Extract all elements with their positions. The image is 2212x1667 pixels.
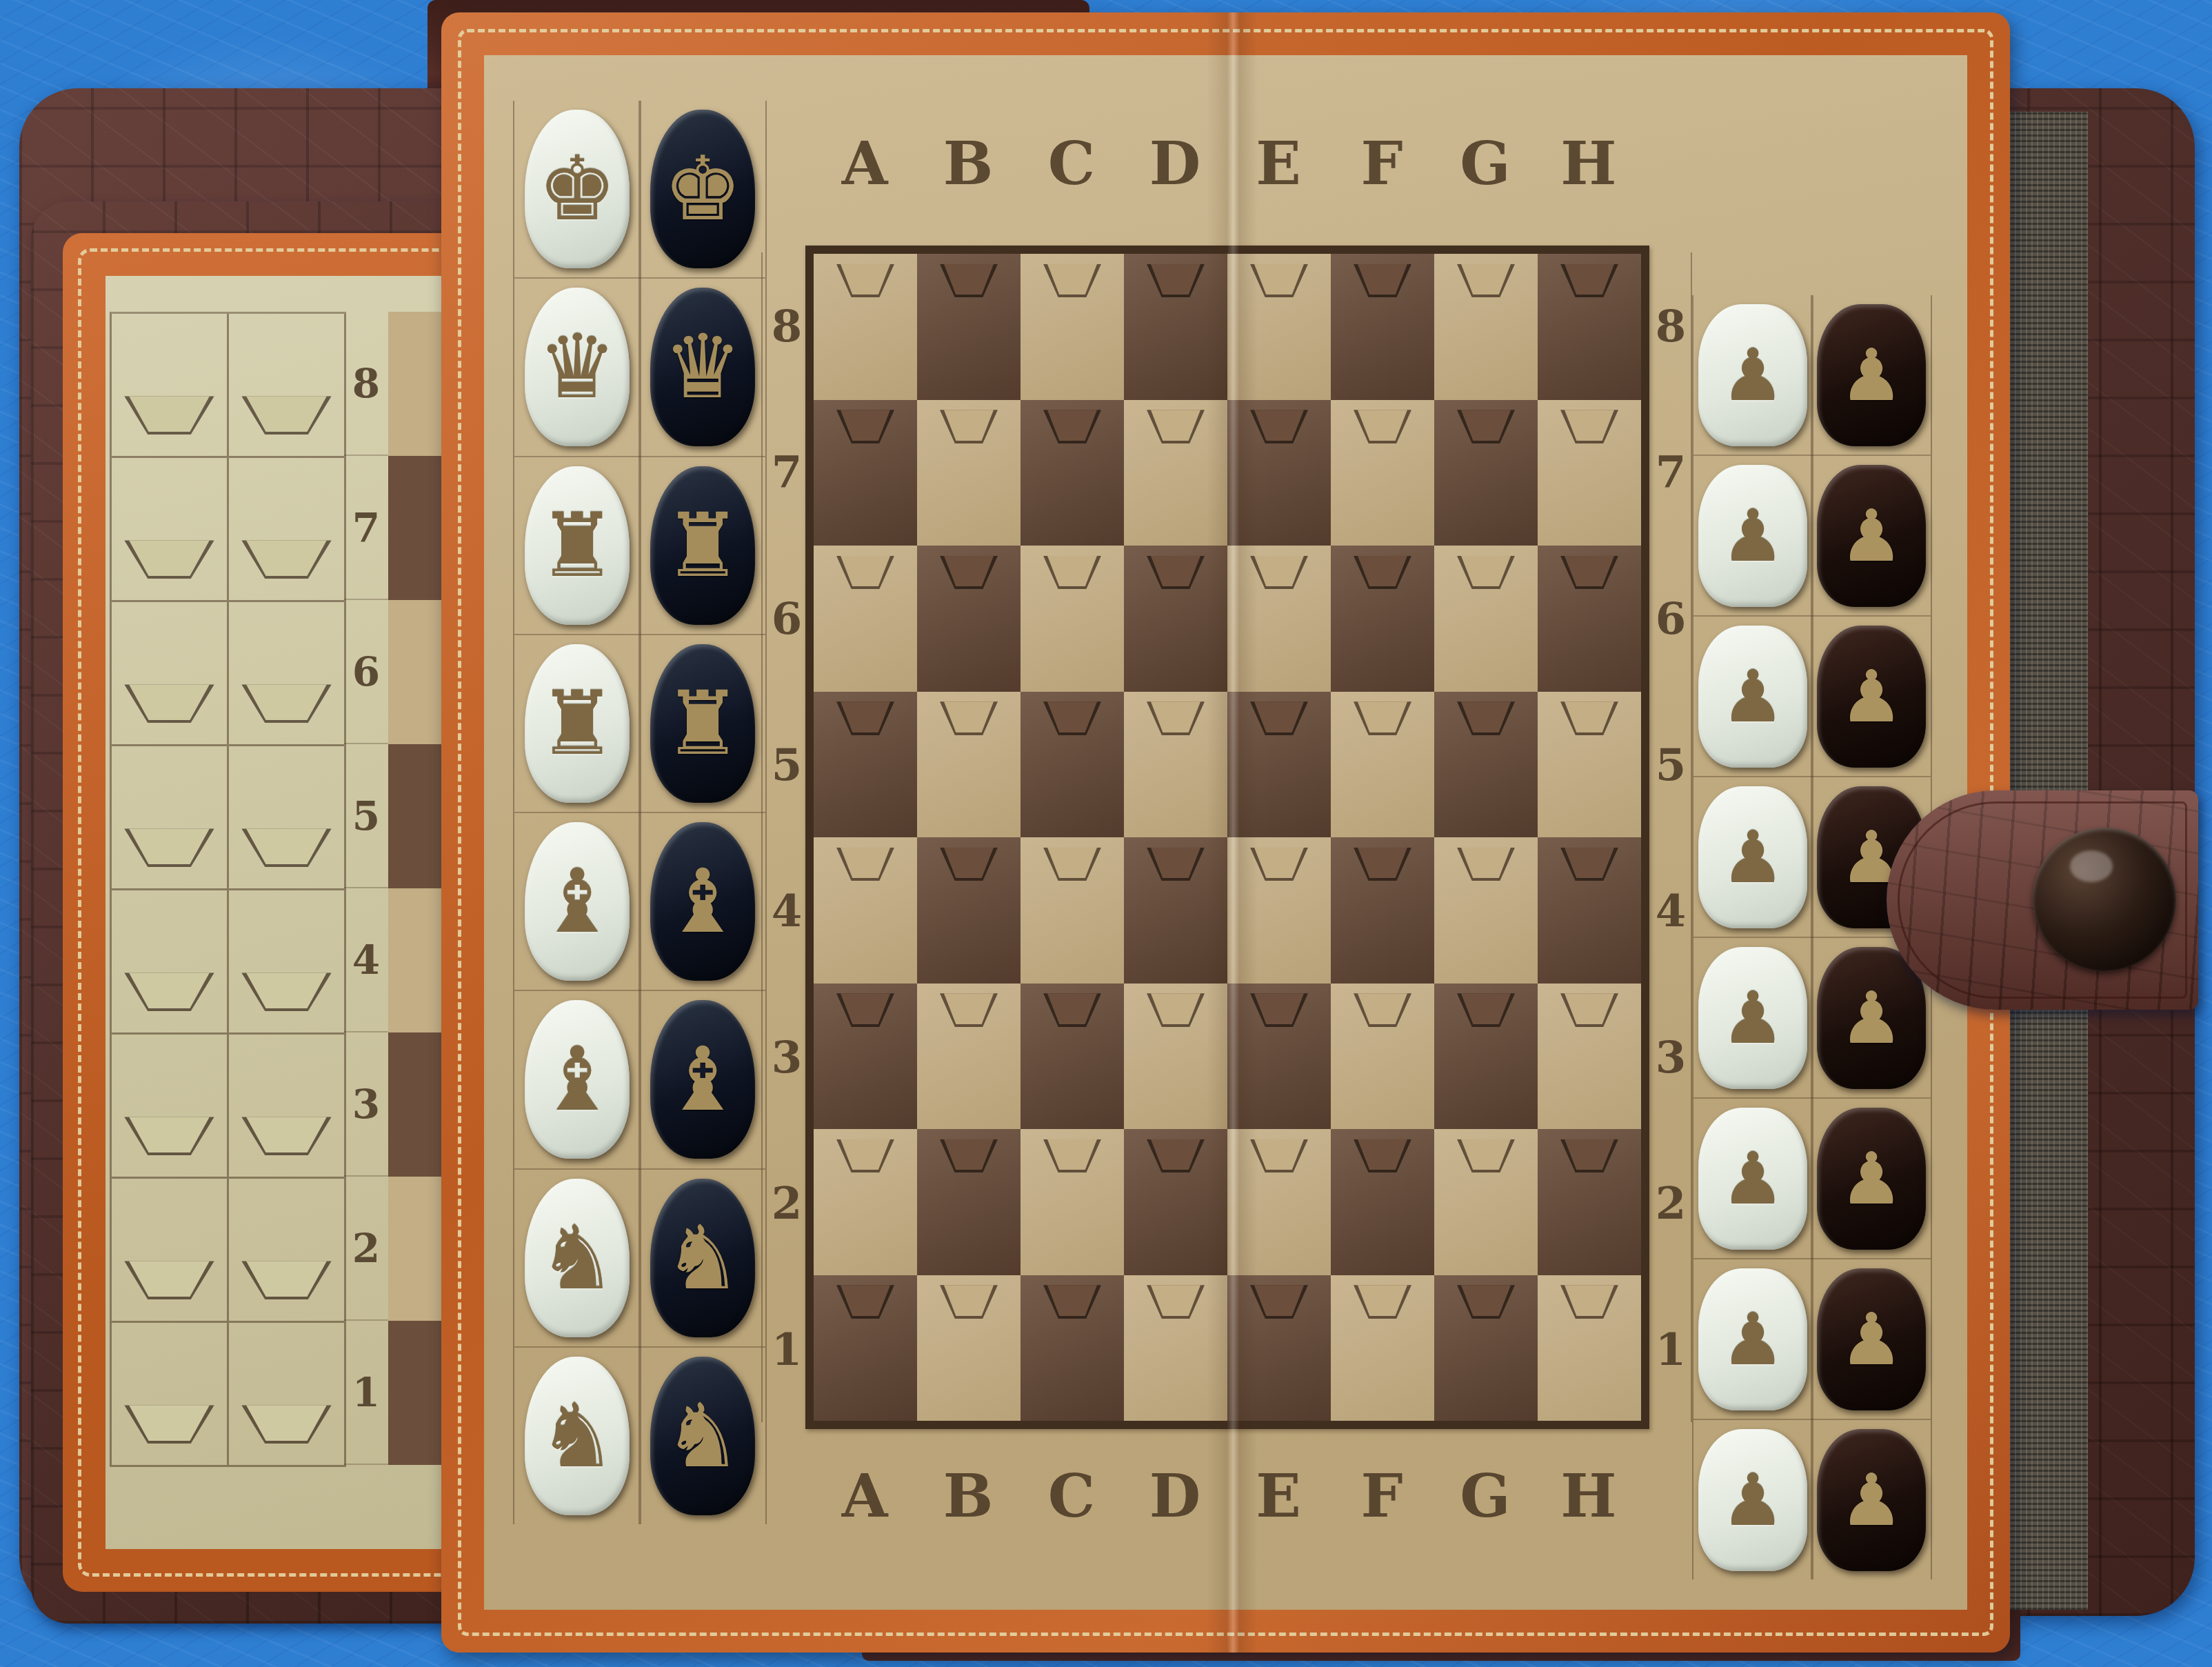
pocket-slit <box>940 264 998 298</box>
snap-button[interactable] <box>2033 828 2176 971</box>
pocket-slit <box>1560 848 1618 881</box>
pocket-slit <box>940 1139 998 1173</box>
square-h4[interactable] <box>1538 837 1641 984</box>
storage-cell: ♞ <box>514 1170 640 1348</box>
pocket-slit <box>124 684 214 723</box>
storage-cell: ♟ <box>1693 617 1812 777</box>
square-a2[interactable] <box>814 1129 917 1275</box>
white-knight-tab[interactable]: ♞ <box>525 1357 630 1515</box>
square-b7[interactable] <box>917 400 1020 546</box>
piece-glyph: ♞ <box>538 1214 617 1302</box>
storage-cell: ♝ <box>514 991 640 1169</box>
pocket-slit <box>836 410 894 443</box>
pocket-slit <box>836 264 894 298</box>
pocket-slit <box>1043 701 1101 735</box>
white-pawn-tab[interactable]: ♟ <box>1698 1108 1807 1250</box>
flap-storage-slot[interactable] <box>229 1323 346 1467</box>
square-h7[interactable] <box>1538 400 1641 546</box>
piece-glyph: ♝ <box>663 1035 743 1124</box>
rank-label: 4 <box>763 837 811 984</box>
pocket-slit <box>1147 556 1205 590</box>
square-e2[interactable] <box>1227 1129 1331 1275</box>
pocket-slit <box>1043 1285 1101 1319</box>
file-labels-bottom: ABCDEFGH <box>814 1454 1641 1537</box>
pocket-slit <box>1147 848 1205 881</box>
pocket-slit <box>940 410 998 443</box>
pocket-slit <box>940 556 998 590</box>
pocket-slit <box>1250 410 1308 443</box>
pocket-slit <box>1147 264 1205 298</box>
square-e3[interactable] <box>1227 984 1331 1130</box>
storage-cell: ♜ <box>640 457 765 635</box>
pocket-slit <box>124 828 214 867</box>
rank-label: 6 <box>344 600 388 744</box>
pocket-slit <box>241 1261 331 1299</box>
black-king-tab[interactable]: ♚ <box>650 110 755 268</box>
piece-glyph: ♜ <box>663 501 743 590</box>
black-pawn-tab[interactable]: ♟ <box>1817 465 1926 607</box>
square-f4[interactable] <box>1331 837 1434 984</box>
piece-glyph: ♟ <box>1720 661 1784 732</box>
storage-cell: ♝ <box>514 813 640 991</box>
square-h5[interactable] <box>1538 692 1641 838</box>
pocket-slit <box>124 1405 214 1444</box>
storage-cell: ♞ <box>640 1348 765 1524</box>
pocket-slit <box>241 1117 331 1155</box>
square-c7[interactable] <box>1020 400 1124 546</box>
square-h1[interactable] <box>1538 1275 1641 1421</box>
black-pawn-tab[interactable]: ♟ <box>1817 304 1926 446</box>
storage-cell: ♛ <box>514 279 640 457</box>
pocket-slit <box>1560 556 1618 590</box>
pocket-slit <box>1354 264 1411 298</box>
file-label: B <box>917 1454 1020 1537</box>
flap-storage-grid <box>110 312 346 1467</box>
piece-glyph: ♟ <box>1720 500 1784 572</box>
pocket-slit <box>1250 1285 1308 1319</box>
black-bishop-tab[interactable]: ♝ <box>650 822 755 981</box>
square-c5[interactable] <box>1020 692 1124 838</box>
storage-cell: ♟ <box>1812 295 1931 456</box>
piece-glyph: ♜ <box>538 501 617 590</box>
flap-storage-slot[interactable] <box>112 746 229 890</box>
pocket-slit <box>1354 993 1411 1027</box>
square-d7[interactable] <box>1124 400 1227 546</box>
square-e1[interactable] <box>1227 1275 1331 1421</box>
pocket-slit <box>1354 410 1411 443</box>
rank-label: 1 <box>763 1276 811 1422</box>
storage-cell: ♟ <box>1693 1099 1812 1259</box>
pocket-slit <box>940 993 998 1027</box>
rank-label: 5 <box>344 744 388 888</box>
square-b3[interactable] <box>917 984 1020 1130</box>
square-b2[interactable] <box>917 1129 1020 1275</box>
pocket-slit <box>1043 410 1101 443</box>
flap-storage-slot[interactable] <box>229 458 346 602</box>
file-label: F <box>1331 121 1434 204</box>
white-pawn-tab[interactable]: ♟ <box>1698 626 1807 768</box>
pocket-slit <box>124 540 214 579</box>
square-d4[interactable] <box>1124 837 1227 984</box>
rank-label: 6 <box>763 545 811 691</box>
square-h2[interactable] <box>1538 1129 1641 1275</box>
pocket-slit <box>940 701 998 735</box>
square-f7[interactable] <box>1331 400 1434 546</box>
pocket-slit <box>1250 993 1308 1027</box>
pocket-slit <box>1560 1285 1618 1319</box>
rank-label: 4 <box>344 888 388 1032</box>
page-leather: ♚ ♛ ♜ ♜ ♝ ♝ ♞ ♞ ♚ ♛ <box>484 55 1967 1610</box>
square-a3[interactable] <box>814 984 917 1130</box>
pocket-slit <box>1457 701 1515 735</box>
square-d3[interactable] <box>1124 984 1227 1130</box>
file-label: C <box>1020 1454 1124 1537</box>
file-label: E <box>1227 121 1331 204</box>
pocket-slit <box>241 540 331 579</box>
square-f5[interactable] <box>1331 692 1434 838</box>
square-c3[interactable] <box>1020 984 1124 1130</box>
square-a5[interactable] <box>814 692 917 838</box>
storage-cell: ♜ <box>640 635 765 813</box>
travel-chess-wallet-photo: 87654321 ♚ ♛ ♜ ♜ ♝ ♝ ♞ <box>0 0 2212 1667</box>
board-page: ♚ ♛ ♜ ♜ ♝ ♝ ♞ ♞ ♚ ♛ <box>441 12 2010 1653</box>
square-e7[interactable] <box>1227 400 1331 546</box>
rank-label: 5 <box>763 691 811 837</box>
pocket-slit <box>124 1117 214 1155</box>
flap-storage-slot[interactable] <box>112 1179 229 1323</box>
pocket-slit <box>124 1261 214 1299</box>
file-label: A <box>814 1454 917 1537</box>
flap-storage-slot[interactable] <box>229 890 346 1035</box>
piece-glyph: ♟ <box>1839 500 1903 572</box>
black-pawn-tab[interactable]: ♟ <box>1817 1108 1926 1250</box>
square-g2[interactable] <box>1434 1129 1538 1275</box>
storage-cell: ♟ <box>1693 938 1812 1099</box>
rank-label: 3 <box>1651 984 1691 1130</box>
pocket-slit <box>1560 264 1618 298</box>
storage-cell: ♟ <box>1693 295 1812 456</box>
file-label: A <box>814 121 917 204</box>
file-label: D <box>1124 121 1227 204</box>
black-rook-tab[interactable]: ♜ <box>650 466 755 625</box>
pocket-slit <box>241 828 331 867</box>
pocket-slit <box>241 972 331 1011</box>
piece-glyph: ♟ <box>1839 1464 1903 1536</box>
storage-cell: ♜ <box>514 635 640 813</box>
square-d8[interactable] <box>1124 254 1227 400</box>
square-f2[interactable] <box>1331 1129 1434 1275</box>
rank-label: 1 <box>344 1321 388 1465</box>
square-a1[interactable] <box>814 1275 917 1421</box>
pocket-slit <box>1457 410 1515 443</box>
piece-glyph: ♞ <box>663 1214 743 1302</box>
black-queen-tab[interactable]: ♛ <box>650 288 755 446</box>
rank-label: 7 <box>344 456 388 600</box>
board-frame <box>805 246 1649 1429</box>
piece-glyph: ♞ <box>538 1392 617 1480</box>
pocket-slit <box>836 701 894 735</box>
black-bishop-tab[interactable]: ♝ <box>650 1000 755 1159</box>
square-f3[interactable] <box>1331 984 1434 1130</box>
piece-glyph: ♜ <box>538 679 617 768</box>
rank-labels-left: 87654321 <box>761 252 811 1422</box>
pocket-slit <box>1354 556 1411 590</box>
square-d6[interactable] <box>1124 546 1227 692</box>
storage-cell: ♜ <box>514 457 640 635</box>
piece-glyph: ♟ <box>1839 661 1903 732</box>
flap-storage-slot[interactable] <box>229 602 346 746</box>
square-g4[interactable] <box>1434 837 1538 984</box>
file-label: C <box>1020 121 1124 204</box>
rank-label: 1 <box>1651 1276 1691 1422</box>
rank-label: 3 <box>763 984 811 1130</box>
piece-glyph: ♟ <box>1839 1143 1903 1215</box>
flap-storage-slot[interactable] <box>112 458 229 602</box>
storage-cell: ♟ <box>1693 1259 1812 1420</box>
square-b5[interactable] <box>917 692 1020 838</box>
pocket-slit <box>1354 701 1411 735</box>
pocket-slit <box>241 684 331 723</box>
black-rook-tab[interactable]: ♜ <box>650 644 755 803</box>
piece-glyph: ♝ <box>663 857 743 946</box>
square-g5[interactable] <box>1434 692 1538 838</box>
pocket-slit <box>836 556 894 590</box>
flap-storage-slot[interactable] <box>112 1035 229 1179</box>
file-label: B <box>917 121 1020 204</box>
flap-storage-slot[interactable] <box>112 602 229 746</box>
piece-glyph: ♝ <box>538 857 617 946</box>
pocket-slit <box>124 972 214 1011</box>
white-queen-tab[interactable]: ♛ <box>525 288 630 446</box>
storage-cell: ♞ <box>514 1348 640 1524</box>
storage-cell: ♚ <box>514 101 640 279</box>
flap-storage-slot[interactable] <box>229 746 346 890</box>
pocket-slit <box>1457 264 1515 298</box>
white-pawn-tab[interactable]: ♟ <box>1698 304 1807 446</box>
piece-glyph: ♞ <box>663 1392 743 1480</box>
storage-cell: ♛ <box>640 279 765 457</box>
file-label: G <box>1434 1454 1538 1537</box>
square-b1[interactable] <box>917 1275 1020 1421</box>
pocket-slit <box>940 1285 998 1319</box>
square-c4[interactable] <box>1020 837 1124 984</box>
rank-label: 7 <box>1651 399 1691 545</box>
piece-glyph: ♚ <box>538 145 617 233</box>
black-knight-tab[interactable]: ♞ <box>650 1357 755 1515</box>
pocket-slit <box>1457 848 1515 881</box>
white-knight-tab[interactable]: ♞ <box>525 1179 630 1337</box>
pocket-slit <box>1043 264 1101 298</box>
closure-strap[interactable] <box>1887 790 2198 1010</box>
piece-glyph: ♟ <box>1720 821 1784 893</box>
pocket-slit <box>836 848 894 881</box>
square-a4[interactable] <box>814 837 917 984</box>
flap-storage-slot[interactable] <box>112 890 229 1035</box>
storage-cell: ♟ <box>1693 1420 1812 1579</box>
flap-storage-slot[interactable] <box>229 1035 346 1179</box>
pocket-slit <box>1457 993 1515 1027</box>
chess-board <box>814 254 1641 1421</box>
white-rook-tab[interactable]: ♜ <box>525 644 630 803</box>
pocket-slit <box>1457 1139 1515 1173</box>
square-c2[interactable] <box>1020 1129 1124 1275</box>
white-king-tab[interactable]: ♚ <box>525 110 630 268</box>
pocket-slit <box>1560 1139 1618 1173</box>
square-d2[interactable] <box>1124 1129 1227 1275</box>
pocket-slit <box>836 993 894 1027</box>
flap-storage-slot[interactable] <box>229 314 346 458</box>
storage-cell: ♝ <box>640 991 765 1169</box>
square-h6[interactable] <box>1538 546 1641 692</box>
storage-cell: ♟ <box>1693 456 1812 617</box>
square-f6[interactable] <box>1331 546 1434 692</box>
rank-label: 2 <box>763 1130 811 1276</box>
square-c6[interactable] <box>1020 546 1124 692</box>
white-bishop-tab[interactable]: ♝ <box>525 1000 630 1159</box>
square-e4[interactable] <box>1227 837 1331 984</box>
storage-cell: ♟ <box>1693 777 1812 938</box>
square-h3[interactable] <box>1538 984 1641 1130</box>
rank-labels-right: 87654321 <box>1651 252 1692 1422</box>
pocket-slit <box>1147 410 1205 443</box>
square-g8[interactable] <box>1434 254 1538 400</box>
pocket-slit <box>1250 848 1308 881</box>
square-g3[interactable] <box>1434 984 1538 1130</box>
pocket-slit <box>836 1285 894 1319</box>
pocket-slit <box>1043 1139 1101 1173</box>
rank-label: 7 <box>763 399 811 545</box>
pocket-slit <box>1560 701 1618 735</box>
white-pawn-tab[interactable]: ♟ <box>1698 465 1807 607</box>
storage-cell: ♟ <box>1812 1420 1931 1579</box>
square-f8[interactable] <box>1331 254 1434 400</box>
square-b4[interactable] <box>917 837 1020 984</box>
pocket-slit <box>1043 848 1101 881</box>
rank-label: 4 <box>1651 837 1691 984</box>
black-pawn-tab[interactable]: ♟ <box>1817 626 1926 768</box>
rank-label: 3 <box>344 1032 388 1177</box>
pocket-slit <box>1250 556 1308 590</box>
square-g1[interactable] <box>1434 1275 1538 1421</box>
black-pawn-tab[interactable]: ♟ <box>1817 1429 1926 1571</box>
pocket-slit <box>124 396 214 435</box>
square-a6[interactable] <box>814 546 917 692</box>
pocket-slit <box>1147 1285 1205 1319</box>
file-label: H <box>1538 121 1641 204</box>
white-pawn-tab[interactable]: ♟ <box>1698 1429 1807 1571</box>
white-pawn-tab[interactable]: ♟ <box>1698 1268 1807 1410</box>
piece-glyph: ♟ <box>1839 339 1903 411</box>
pocket-slit <box>1354 848 1411 881</box>
square-e8[interactable] <box>1227 254 1331 400</box>
square-d5[interactable] <box>1124 692 1227 838</box>
storage-cell: ♟ <box>1812 1259 1931 1420</box>
square-f1[interactable] <box>1331 1275 1434 1421</box>
piece-glyph: ♟ <box>1720 1304 1784 1375</box>
white-pawn-tab[interactable]: ♟ <box>1698 786 1807 928</box>
pocket-slit <box>1043 556 1101 590</box>
pocket-slit <box>1147 1139 1205 1173</box>
left-storage-flap: 87654321 <box>31 201 500 1624</box>
flap-storage-slot[interactable] <box>229 1179 346 1323</box>
pocket-slit <box>1250 1139 1308 1173</box>
square-c1[interactable] <box>1020 1275 1124 1421</box>
square-d1[interactable] <box>1124 1275 1227 1421</box>
file-label: E <box>1227 1454 1331 1537</box>
black-knight-tab[interactable]: ♞ <box>650 1179 755 1337</box>
pocket-slit <box>1457 1285 1515 1319</box>
square-c8[interactable] <box>1020 254 1124 400</box>
piece-glyph: ♛ <box>663 323 743 411</box>
pocket-slit <box>241 396 331 435</box>
black-pawn-tab[interactable]: ♟ <box>1817 1268 1926 1410</box>
square-g7[interactable] <box>1434 400 1538 546</box>
rank-label: 8 <box>1651 252 1691 399</box>
pocket-slit <box>1354 1139 1411 1173</box>
pocket-slit <box>940 848 998 881</box>
white-pawns-storage-column: ♟ ♟ ♟ ♟ ♟ ♟ ♟ ♟ <box>1692 295 1813 1579</box>
file-label: F <box>1331 1454 1434 1537</box>
black-pieces-storage-column: ♚ ♛ ♜ ♜ ♝ ♝ ♞ ♞ <box>639 101 767 1524</box>
white-bishop-tab[interactable]: ♝ <box>525 822 630 981</box>
pocket-slit <box>1147 993 1205 1027</box>
square-e6[interactable] <box>1227 546 1331 692</box>
rank-label: 8 <box>763 252 811 399</box>
file-label: H <box>1538 1454 1641 1537</box>
pocket-slit <box>836 1139 894 1173</box>
square-b8[interactable] <box>917 254 1020 400</box>
square-a7[interactable] <box>814 400 917 546</box>
piece-glyph: ♟ <box>1839 1304 1903 1375</box>
square-g6[interactable] <box>1434 546 1538 692</box>
file-labels-top: ABCDEFGH <box>814 121 1641 204</box>
square-a8[interactable] <box>814 254 917 400</box>
pocket-slit <box>1457 556 1515 590</box>
piece-glyph: ♟ <box>1720 1143 1784 1215</box>
piece-glyph: ♛ <box>538 323 617 411</box>
piece-glyph: ♟ <box>1720 339 1784 411</box>
rank-label: 8 <box>344 312 388 456</box>
piece-glyph: ♝ <box>538 1035 617 1124</box>
storage-cell: ♟ <box>1812 1099 1931 1259</box>
pocket-slit <box>1560 993 1618 1027</box>
storage-cell: ♟ <box>1812 456 1931 617</box>
pocket-slit <box>1250 701 1308 735</box>
pocket-slit <box>1043 993 1101 1027</box>
storage-cell: ♚ <box>640 101 765 279</box>
square-b6[interactable] <box>917 546 1020 692</box>
flap-storage-slot[interactable] <box>112 314 229 458</box>
storage-cell: ♟ <box>1812 617 1931 777</box>
rank-label: 6 <box>1651 545 1691 691</box>
storage-cell: ♞ <box>640 1170 765 1348</box>
square-e5[interactable] <box>1227 692 1331 838</box>
pocket-slit <box>1560 410 1618 443</box>
white-pieces-storage-column: ♚ ♛ ♜ ♜ ♝ ♝ ♞ ♞ <box>513 101 641 1524</box>
square-h8[interactable] <box>1538 254 1641 400</box>
rank-label: 2 <box>1651 1130 1691 1276</box>
pocket-slit <box>1147 701 1205 735</box>
pocket-slit <box>241 1405 331 1444</box>
storage-cell: ♝ <box>640 813 765 991</box>
pocket-slit <box>1354 1285 1411 1319</box>
file-label: D <box>1124 1454 1227 1537</box>
piece-glyph: ♟ <box>1720 982 1784 1054</box>
white-rook-tab[interactable]: ♜ <box>525 466 630 625</box>
white-pawn-tab[interactable]: ♟ <box>1698 947 1807 1089</box>
piece-glyph: ♚ <box>663 145 743 233</box>
flap-storage-slot[interactable] <box>112 1323 229 1467</box>
